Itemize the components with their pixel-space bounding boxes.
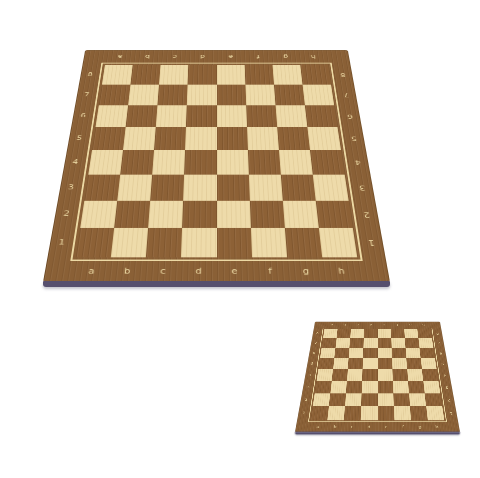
main-square-e2 [217,200,251,228]
main-square-a7 [99,84,131,105]
thumb-square-a6 [320,348,336,358]
main-coord-file-c-top: c [161,50,189,62]
main-square-g5 [277,127,310,150]
thumb-coord-rank-5-right: 5 [437,358,449,369]
main-square-a1 [76,228,115,257]
thumb-square-g1 [410,406,428,420]
thumb-coord-rank-4-right: 4 [439,369,451,381]
thumb-square-f8 [391,329,405,338]
main-square-h2 [316,200,353,228]
main-board: abcdefghabcdefgh8765432187654321 [43,0,390,290]
thumb-square-d1 [361,406,378,420]
thumb-square-g8 [404,329,418,338]
main-square-h7 [302,84,334,105]
main-square-b8 [131,65,161,85]
main-coord-rank-3-right: 3 [349,174,375,200]
main-square-a8 [102,65,133,85]
main-square-f8 [244,65,273,85]
main-coord-file-h-top: h [299,50,328,62]
main-square-c3 [150,174,184,200]
main-square-h3 [313,174,349,200]
thumb-chessboard-plane: abcdefghabcdefgh8765432187654321 [295,322,460,432]
thumb-square-d8 [364,329,378,338]
main-square-f2 [250,200,285,228]
main-square-c4 [152,150,185,174]
main-square-d7 [187,84,216,105]
thumb-square-b7 [336,338,351,348]
main-coord-rank-6-right: 6 [338,105,362,127]
thumb-square-c3 [346,381,362,393]
main-coord-rank-7-right: 7 [335,84,358,105]
thumb-square-a2 [313,393,331,406]
main-square-f1 [251,228,287,257]
main-coord-file-g-bottom: g [287,261,325,282]
main-coord-rank-4-right: 4 [345,150,370,174]
main-square-h6 [305,105,338,127]
main-square-e3 [217,174,250,200]
thumb-square-e7 [377,338,391,348]
thumb-square-a1 [311,406,329,420]
main-square-e7 [217,84,246,105]
thumb-square-f5 [392,358,407,369]
main-square-h4 [310,150,345,174]
thumb-square-d2 [361,393,377,406]
product-image: abcdefghabcdefgh8765432187654321 abcdefg… [0,0,480,478]
thumb-square-a5 [318,358,334,369]
main-coord-rank-5-right: 5 [342,127,366,150]
main-square-d3 [183,174,216,200]
main-coord-file-c-bottom: c [144,261,181,282]
main-square-g2 [283,200,319,228]
thumb-square-e6 [377,348,391,358]
thumb-square-d6 [363,348,377,358]
thumb-square-d7 [364,338,378,348]
main-square-b1 [111,228,148,257]
main-coord-file-a-bottom: a [72,261,111,282]
main-square-d1 [181,228,216,257]
thumb-playfield-frame [308,328,447,422]
main-square-b4 [120,150,154,174]
main-square-g6 [275,105,307,127]
main-square-b7 [128,84,159,105]
main-chessboard-plane: abcdefghabcdefgh8765432187654321 [43,50,390,282]
thumb-square-g2 [409,393,426,406]
thumb-coord-file-h-bottom: h [428,422,446,432]
main-playfield-frame [70,63,362,261]
thumb-coord-file-b-bottom: b [326,422,344,432]
main-board-side-edge [43,281,390,287]
main-coord-rank-8-right: 8 [332,65,354,85]
main-coord-file-f-bottom: f [252,261,289,282]
thumb-coord-file-g-bottom: g [411,422,429,432]
main-coord-file-h-bottom: h [322,261,361,282]
main-coord-file-e-top: e [217,50,245,62]
thumb-square-b5 [333,358,349,369]
main-squares-grid [76,65,358,257]
main-coord-rank-2-right: 2 [353,200,380,228]
main-coord-file-a-top: a [105,50,134,62]
main-coords-top: abcdefgh [105,50,327,62]
thumb-square-c7 [350,338,364,348]
thumb-square-d3 [362,381,378,393]
main-coord-file-d-bottom: d [180,261,216,282]
main-square-h5 [307,127,341,150]
main-square-c6 [156,105,187,127]
main-square-e4 [217,150,249,174]
main-square-b2 [114,200,150,228]
thumb-square-c8 [350,329,364,338]
main-square-f3 [249,174,283,200]
thumb-square-e5 [377,358,392,369]
thumb-square-e1 [377,406,394,420]
thumb-square-b8 [337,329,351,338]
thumb-square-a7 [322,338,337,348]
main-coord-file-d-top: d [189,50,217,62]
thumb-square-h3 [423,381,440,393]
main-coord-file-b-bottom: b [108,261,146,282]
main-square-b6 [126,105,158,127]
main-square-g1 [285,228,322,257]
thumb-square-a3 [315,381,332,393]
thumb-square-h8 [417,329,432,338]
thumb-square-f7 [391,338,405,348]
main-coords-bottom: abcdefgh [72,261,361,282]
main-square-h1 [319,228,358,257]
thumb-coord-file-c-bottom: c [343,422,361,432]
main-square-e8 [217,65,246,85]
main-square-f7 [245,84,275,105]
thumb-board-side-edge [295,432,460,435]
main-square-d8 [188,65,217,85]
main-coord-file-e-bottom: e [217,261,253,282]
thumb-square-e4 [377,369,392,381]
main-square-d4 [184,150,216,174]
thumb-square-c5 [348,358,363,369]
thumb-square-a8 [323,329,338,338]
thumb-square-f4 [392,369,408,381]
thumb-square-b4 [332,369,348,381]
main-square-b3 [117,174,152,200]
thumb-square-b3 [330,381,347,393]
thumb-square-a4 [317,369,334,381]
main-square-a2 [80,200,117,228]
thumb-coord-file-a-bottom: a [309,422,327,432]
main-square-d5 [185,127,216,150]
thumb-square-f3 [393,381,409,393]
main-square-c1 [146,228,182,257]
main-square-a6 [96,105,129,127]
thumb-square-h7 [418,338,433,348]
thumbnail-board: abcdefghabcdefgh8765432187654321 [295,298,460,436]
thumb-square-b1 [327,406,345,420]
thumb-square-h1 [426,406,444,420]
thumb-coords-bottom: abcdefgh [309,422,446,432]
thumb-square-h4 [422,369,439,381]
main-square-g7 [274,84,305,105]
thumb-square-e2 [377,393,393,406]
main-square-g3 [281,174,316,200]
main-square-a3 [84,174,120,200]
thumb-squares-grid [311,329,445,421]
main-square-c8 [159,65,188,85]
thumb-coord-rank-7-right: 7 [434,338,445,348]
thumb-coord-rank-8-right: 8 [432,329,443,338]
main-square-g8 [272,65,302,85]
thumb-square-c4 [347,369,363,381]
thumb-square-d5 [363,358,378,369]
thumb-square-g7 [405,338,420,348]
thumb-square-e3 [377,381,393,393]
main-square-f6 [246,105,277,127]
main-square-d6 [186,105,216,127]
main-square-a5 [92,127,126,150]
thumb-square-g3 [408,381,425,393]
thumb-square-b2 [329,393,346,406]
thumb-square-d4 [362,369,377,381]
main-coord-file-g-top: g [271,50,300,62]
main-coord-rank-1-right: 1 [358,228,386,257]
main-square-f4 [248,150,281,174]
main-square-e6 [217,105,247,127]
thumb-coord-file-d-bottom: d [360,422,377,432]
main-square-c5 [154,127,186,150]
thumb-square-g6 [405,348,420,358]
main-square-c7 [158,84,188,105]
main-square-e1 [217,228,252,257]
thumb-square-f6 [391,348,406,358]
main-square-c2 [148,200,183,228]
thumb-coord-file-f-bottom: f [394,422,412,432]
thumb-square-e8 [377,329,391,338]
thumb-square-b6 [334,348,349,358]
thumb-coord-file-e-bottom: e [377,422,394,432]
thumb-square-c2 [345,393,362,406]
thumb-square-h5 [421,358,437,369]
main-coord-file-b-top: b [133,50,162,62]
thumb-square-g4 [407,369,423,381]
thumb-square-c1 [344,406,361,420]
main-square-a4 [88,150,123,174]
thumb-square-g5 [406,358,422,369]
main-square-f5 [247,127,279,150]
thumb-square-c6 [349,348,364,358]
main-square-b5 [123,127,156,150]
thumb-coord-rank-2-right: 2 [443,393,456,406]
main-square-g4 [279,150,313,174]
thumb-coord-rank-3-right: 3 [441,381,453,393]
thumb-square-h6 [419,348,435,358]
main-square-e5 [217,127,248,150]
main-square-h8 [300,65,331,85]
thumb-square-h2 [425,393,443,406]
thumb-coord-rank-6-right: 6 [435,348,446,358]
thumb-square-f1 [394,406,411,420]
main-coord-file-f-top: f [244,50,272,62]
main-square-d2 [182,200,216,228]
thumb-square-f2 [393,393,410,406]
